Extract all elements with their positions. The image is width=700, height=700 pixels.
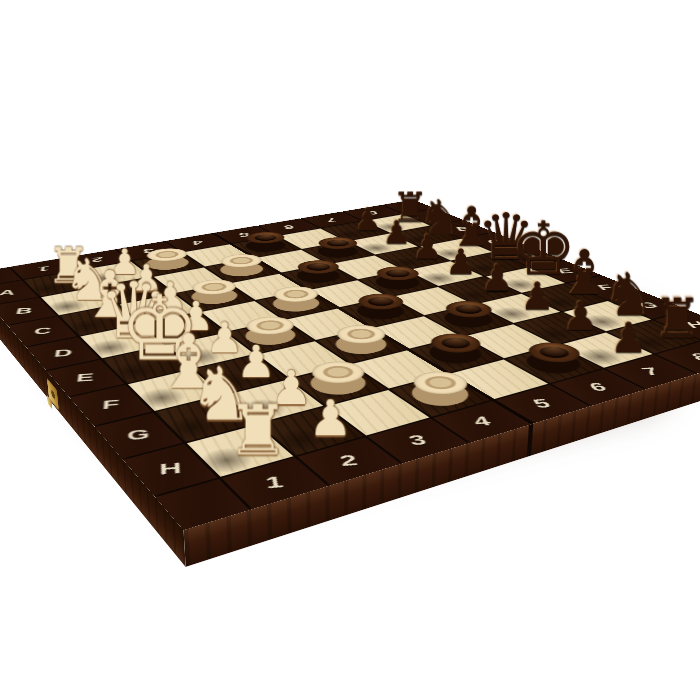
front-edge-label-6: 6 xyxy=(586,380,611,394)
front-edge-label-4: 4 xyxy=(470,413,494,428)
light-rook-h1[interactable]: ♜ xyxy=(205,391,311,467)
front-edge-label-3: 3 xyxy=(406,432,429,449)
front-edge-label-2: 2 xyxy=(338,451,360,469)
back-edge-label-1: 1 xyxy=(37,265,50,273)
dark-pawn-h7[interactable]: ♟ xyxy=(585,311,672,361)
back-edge-label-6: 6 xyxy=(283,224,295,230)
back-edge-label-5: 5 xyxy=(238,231,250,238)
front-edge-label-7: 7 xyxy=(638,365,663,378)
left-edge-label-e: E xyxy=(76,371,95,384)
chessboard: 12345678A♜♟♟♜AB♞♟♟♞BC♝♟♟♝CD♛♟♟♛DE♚♟♟♚EF♝… xyxy=(0,200,700,530)
left-edge-label-h: H xyxy=(159,459,182,478)
clasp-keyhole xyxy=(51,389,55,400)
back-edge-label-4: 4 xyxy=(192,239,203,246)
front-edge-label-1: 1 xyxy=(264,473,285,492)
front-edge-label-5: 5 xyxy=(530,396,555,410)
left-edge-label-c: C xyxy=(32,326,52,337)
left-edge-label-d: D xyxy=(53,347,73,359)
box-front-seam xyxy=(527,423,534,457)
left-edge-label-a: A xyxy=(0,288,16,297)
product-photo-scene: 12345678A♜♟♟♜AB♞♟♟♞BC♝♟♟♝CD♛♟♟♛DE♚♟♟♚EF♝… xyxy=(0,0,700,700)
back-edge-label-3: 3 xyxy=(143,247,154,254)
left-edge-label-g: G xyxy=(127,426,150,443)
left-edge-label-f: F xyxy=(101,397,119,412)
front-edge-label-8: 8 xyxy=(687,351,700,363)
left-edge-label-b: B xyxy=(14,306,33,316)
